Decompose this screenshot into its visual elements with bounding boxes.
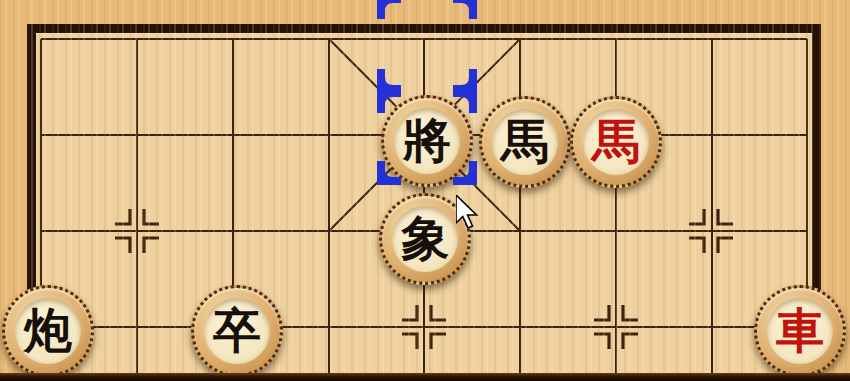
piece-face: 車	[767, 298, 833, 364]
piece-face: 將	[394, 108, 460, 174]
black-general[interactable]: 將	[381, 95, 473, 187]
bottom-shadow-edge	[0, 373, 850, 381]
piece-face: 象	[392, 206, 458, 272]
piece-character: 炮	[24, 306, 72, 354]
piece-character: 卒	[213, 306, 261, 354]
piece-face: 馬	[583, 109, 649, 175]
piece-character: 將	[403, 116, 451, 164]
piece-face: 卒	[204, 298, 270, 364]
red-chariot[interactable]: 車	[754, 285, 846, 377]
piece-character: 車	[776, 306, 824, 354]
xiangqi-board[interactable]: 將馬馬象炮卒車	[0, 0, 850, 381]
black-horse[interactable]: 馬	[479, 96, 571, 188]
black-elephant[interactable]: 象	[379, 193, 471, 285]
piece-character: 象	[401, 214, 449, 262]
piece-face: 馬	[492, 109, 558, 175]
piece-face: 炮	[15, 298, 81, 364]
black-cannon[interactable]: 炮	[2, 285, 94, 377]
piece-character: 馬	[501, 117, 549, 165]
piece-character: 馬	[592, 117, 640, 165]
red-horse[interactable]: 馬	[570, 96, 662, 188]
black-soldier[interactable]: 卒	[191, 285, 283, 377]
